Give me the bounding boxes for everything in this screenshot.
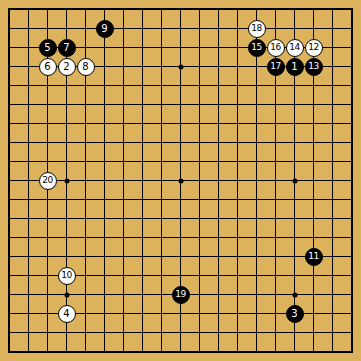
stone-black-11: 11 [305, 248, 323, 266]
stone-black-5: 5 [39, 39, 57, 57]
stone-white-4: 4 [58, 305, 76, 323]
stone-black-15: 15 [248, 39, 266, 57]
move-number: 12 [308, 43, 318, 52]
stone-white-2: 2 [58, 58, 76, 76]
move-number: 6 [44, 62, 50, 72]
move-number: 11 [308, 252, 318, 261]
stone-white-14: 14 [286, 39, 304, 57]
go-board: 1234567891011121314151617181920 [0, 0, 361, 361]
move-number: 4 [63, 309, 69, 319]
move-number: 10 [61, 271, 71, 280]
move-number: 16 [270, 43, 280, 52]
stone-white-10: 10 [58, 267, 76, 285]
stone-black-13: 13 [305, 58, 323, 76]
move-number: 13 [308, 62, 318, 71]
stone-white-20: 20 [39, 172, 57, 190]
stone-white-18: 18 [248, 20, 266, 38]
move-number: 15 [251, 43, 261, 52]
move-number: 20 [42, 176, 52, 185]
stone-white-12: 12 [305, 39, 323, 57]
stone-black-17: 17 [267, 58, 285, 76]
stone-black-19: 19 [172, 286, 190, 304]
move-number: 1 [291, 62, 297, 72]
move-number: 7 [63, 43, 69, 53]
move-number: 18 [251, 24, 261, 33]
move-number: 19 [175, 290, 185, 299]
stone-white-6: 6 [39, 58, 57, 76]
move-number: 3 [291, 309, 297, 319]
stone-white-16: 16 [267, 39, 285, 57]
stone-black-7: 7 [58, 39, 76, 57]
move-number: 5 [44, 43, 50, 53]
move-number: 14 [289, 43, 299, 52]
move-number: 2 [63, 62, 69, 72]
stone-white-8: 8 [77, 58, 95, 76]
stone-black-1: 1 [286, 58, 304, 76]
stone-black-3: 3 [286, 305, 304, 323]
stones-layer: 1234567891011121314151617181920 [0, 0, 361, 361]
move-number: 8 [82, 62, 88, 72]
stone-black-9: 9 [96, 20, 114, 38]
move-number: 17 [270, 62, 280, 71]
move-number: 9 [101, 24, 107, 34]
